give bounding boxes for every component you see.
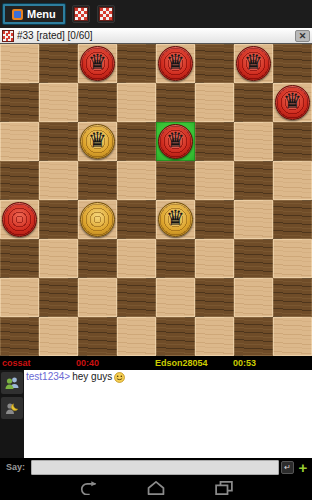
board-square[interactable] [39, 278, 78, 317]
board-square[interactable]: ♛ [78, 122, 117, 161]
game-tab-button-1[interactable] [72, 5, 90, 23]
board-square[interactable] [0, 200, 39, 239]
yellow-king-piece[interactable]: ♛ [158, 202, 193, 237]
chat-text: hey guys [72, 371, 112, 383]
smiley-emoticon [114, 372, 125, 383]
board-square[interactable]: ♛ [234, 44, 273, 83]
board-square[interactable] [273, 122, 312, 161]
board-square[interactable] [117, 44, 156, 83]
right-player-name: Edson28054 [155, 356, 208, 370]
add-button[interactable]: + [296, 460, 310, 474]
game-title: #33 [rated] [0/60] [17, 30, 292, 41]
action-bar: Menu [0, 0, 312, 28]
board-square[interactable] [117, 317, 156, 356]
chat-panel: test1234> hey guys [0, 370, 312, 458]
king-crown-icon: ♛ [88, 52, 107, 73]
board-square[interactable] [195, 200, 234, 239]
board-square[interactable] [39, 83, 78, 122]
left-player-name: cossat [2, 356, 31, 370]
board-square[interactable] [39, 239, 78, 278]
board-square[interactable]: ♛ [156, 200, 195, 239]
board-square[interactable]: ♛ [273, 83, 312, 122]
red-king-piece[interactable]: ♛ [275, 85, 310, 120]
board-square[interactable] [273, 317, 312, 356]
board-square[interactable] [273, 278, 312, 317]
chat-sidebar [0, 370, 24, 458]
board-square[interactable] [39, 44, 78, 83]
chat-nick[interactable]: test1234> [26, 371, 70, 383]
board-square[interactable] [234, 317, 273, 356]
board-square[interactable] [195, 278, 234, 317]
king-crown-icon: ♛ [166, 208, 185, 229]
king-crown-icon: ♛ [166, 130, 185, 151]
board-square[interactable] [39, 317, 78, 356]
board-square[interactable] [234, 239, 273, 278]
home-icon [147, 481, 165, 495]
board-square[interactable] [78, 83, 117, 122]
board-square[interactable] [273, 161, 312, 200]
chat-input[interactable] [31, 460, 279, 475]
board-square[interactable] [234, 122, 273, 161]
king-crown-icon: ♛ [244, 52, 263, 73]
board-square[interactable] [78, 161, 117, 200]
board-square[interactable] [0, 239, 39, 278]
board-square[interactable] [273, 239, 312, 278]
back-icon [78, 481, 98, 495]
board-square[interactable] [234, 83, 273, 122]
board-square[interactable] [78, 200, 117, 239]
menu-button[interactable]: Menu [3, 4, 65, 24]
board-square[interactable] [195, 122, 234, 161]
recents-icon [215, 481, 233, 495]
app-window: Menu #33 [rated] [0/60] ✕ ♛♛♛♛♛♛♛ cossat… [0, 0, 312, 500]
board-square[interactable] [0, 44, 39, 83]
checkers-board: ♛♛♛♛♛♛♛ [0, 44, 312, 356]
board-square[interactable] [0, 317, 39, 356]
board-square[interactable] [195, 239, 234, 278]
red-king-piece[interactable]: ♛ [158, 46, 193, 81]
board-square[interactable] [234, 161, 273, 200]
red-king-piece[interactable]: ♛ [236, 46, 271, 81]
home-button[interactable] [144, 480, 168, 496]
users-icon [4, 375, 20, 391]
board-square[interactable] [156, 239, 195, 278]
checkerboard-icon [2, 30, 14, 42]
chat-input-bar: Say: ↵ + [0, 458, 312, 476]
board-square[interactable] [117, 122, 156, 161]
close-button[interactable]: ✕ [295, 30, 310, 42]
say-label: Say: [2, 462, 29, 472]
board-square[interactable] [156, 278, 195, 317]
king-crown-icon: ♛ [283, 91, 302, 112]
send-button[interactable]: ↵ [281, 461, 294, 474]
left-player-clock: 00:40 [76, 356, 99, 370]
yellow-king-piece[interactable]: ♛ [80, 124, 115, 159]
users-button[interactable] [1, 372, 23, 394]
board-square[interactable] [78, 278, 117, 317]
board-square[interactable] [156, 317, 195, 356]
red-man-piece[interactable] [2, 202, 37, 237]
plus-icon: + [299, 459, 308, 476]
red-king-piece[interactable]: ♛ [158, 124, 193, 159]
board-square[interactable]: ♛ [156, 44, 195, 83]
enter-icon: ↵ [284, 463, 291, 472]
checkerboard-icon [99, 7, 113, 21]
board-square[interactable] [234, 200, 273, 239]
board-square[interactable] [39, 200, 78, 239]
game-tab-button-2[interactable] [97, 5, 115, 23]
right-player-clock: 00:53 [233, 356, 256, 370]
chat-log[interactable]: test1234> hey guys [24, 370, 312, 458]
board-square[interactable] [156, 161, 195, 200]
board-square[interactable]: ♛ [78, 44, 117, 83]
user-away-icon [4, 400, 20, 416]
chat-message: test1234> hey guys [26, 371, 310, 383]
board-square[interactable] [39, 161, 78, 200]
board-square[interactable] [156, 83, 195, 122]
board-square[interactable] [0, 278, 39, 317]
checkerboard-icon [74, 7, 88, 21]
back-button[interactable] [76, 480, 100, 496]
android-nav-bar [0, 476, 312, 500]
board-square[interactable] [117, 161, 156, 200]
king-crown-icon: ♛ [88, 130, 107, 151]
board-square[interactable] [117, 83, 156, 122]
board-square[interactable] [195, 83, 234, 122]
app-icon [12, 9, 23, 20]
board-square[interactable]: ♛ [156, 122, 195, 161]
board-square[interactable] [195, 161, 234, 200]
king-crown-icon: ♛ [166, 52, 185, 73]
board-square[interactable] [273, 200, 312, 239]
board-square[interactable] [117, 278, 156, 317]
recents-button[interactable] [212, 480, 236, 496]
board-square[interactable] [195, 44, 234, 83]
board-square[interactable] [195, 317, 234, 356]
game-title-bar: #33 [rated] [0/60] ✕ [0, 28, 312, 44]
board-square[interactable] [39, 122, 78, 161]
board-square[interactable] [273, 44, 312, 83]
board-square[interactable] [0, 122, 39, 161]
board-square[interactable] [117, 239, 156, 278]
board-square[interactable] [78, 239, 117, 278]
board-square[interactable] [234, 278, 273, 317]
board-square[interactable] [117, 200, 156, 239]
away-users-button[interactable] [1, 397, 23, 419]
yellow-man-piece[interactable] [80, 202, 115, 237]
board-square[interactable] [78, 317, 117, 356]
menu-button-label: Menu [27, 8, 56, 20]
status-bar: cossat 00:40 Edson28054 00:53 [0, 356, 312, 370]
red-king-piece[interactable]: ♛ [80, 46, 115, 81]
board-square[interactable] [0, 161, 39, 200]
board-square[interactable] [0, 83, 39, 122]
